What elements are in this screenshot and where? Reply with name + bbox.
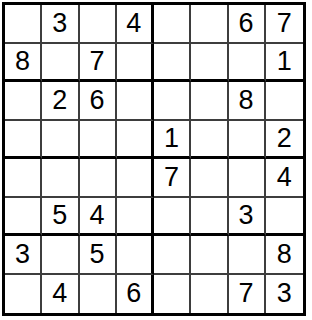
cell-r1c1[interactable] [5,5,42,44]
cell-r5c3[interactable] [80,159,117,198]
cell-r3c1[interactable] [5,82,42,121]
cell-r5c2[interactable] [42,159,79,198]
cell-r3c7: 8 [229,82,266,121]
cell-r6c8[interactable] [266,198,303,237]
cell-r2c2[interactable] [42,44,79,83]
cell-r3c3: 6 [80,82,117,121]
cell-r8c3[interactable] [80,275,117,314]
cell-r5c5: 7 [154,159,191,198]
cell-r1c3[interactable] [80,5,117,44]
cell-r3c8[interactable] [266,82,303,121]
cell-r1c6[interactable] [191,5,228,44]
cell-r8c2: 4 [42,275,79,314]
cell-r6c1[interactable] [5,198,42,237]
cell-r3c6[interactable] [191,82,228,121]
cell-r6c4[interactable] [117,198,154,237]
cell-r6c3: 4 [80,198,117,237]
sudoku-board: 346787126812745433584673 [2,2,306,316]
cell-r7c6[interactable] [191,236,228,275]
cell-r2c1: 8 [5,44,42,83]
cell-r7c5[interactable] [154,236,191,275]
cell-r4c2[interactable] [42,121,79,160]
cell-r5c1[interactable] [5,159,42,198]
cell-r8c4: 6 [117,275,154,314]
cell-r1c7: 6 [229,5,266,44]
cell-r7c2[interactable] [42,236,79,275]
cell-r8c6[interactable] [191,275,228,314]
cell-r4c4[interactable] [117,121,154,160]
cell-r6c7: 3 [229,198,266,237]
cell-r1c5[interactable] [154,5,191,44]
cell-r7c4[interactable] [117,236,154,275]
cell-r3c4[interactable] [117,82,154,121]
sudoku-puzzle: 346787126812745433584673 [0,0,312,320]
cell-r2c7[interactable] [229,44,266,83]
cell-r5c8: 4 [266,159,303,198]
cell-r4c5: 1 [154,121,191,160]
cell-r7c1: 3 [5,236,42,275]
cell-r3c2: 2 [42,82,79,121]
cell-r6c6[interactable] [191,198,228,237]
cell-r8c8: 3 [266,275,303,314]
cell-r5c7[interactable] [229,159,266,198]
cell-r7c8: 8 [266,236,303,275]
cell-r6c2: 5 [42,198,79,237]
cell-r7c3: 5 [80,236,117,275]
cell-r4c1[interactable] [5,121,42,160]
cell-r1c8: 7 [266,5,303,44]
cell-r4c6[interactable] [191,121,228,160]
cell-r1c4: 4 [117,5,154,44]
cell-r2c3: 7 [80,44,117,83]
cell-r6c5[interactable] [154,198,191,237]
cell-r2c8: 1 [266,44,303,83]
cell-r3c5[interactable] [154,82,191,121]
cell-r2c6[interactable] [191,44,228,83]
cell-r7c7[interactable] [229,236,266,275]
cell-r4c7[interactable] [229,121,266,160]
cell-r1c2: 3 [42,5,79,44]
cell-r4c8: 2 [266,121,303,160]
cell-r8c7: 7 [229,275,266,314]
cell-r2c4[interactable] [117,44,154,83]
cell-r8c5[interactable] [154,275,191,314]
cell-r4c3[interactable] [80,121,117,160]
cell-r5c4[interactable] [117,159,154,198]
cell-r8c1[interactable] [5,275,42,314]
cell-r2c5[interactable] [154,44,191,83]
cell-r5c6[interactable] [191,159,228,198]
